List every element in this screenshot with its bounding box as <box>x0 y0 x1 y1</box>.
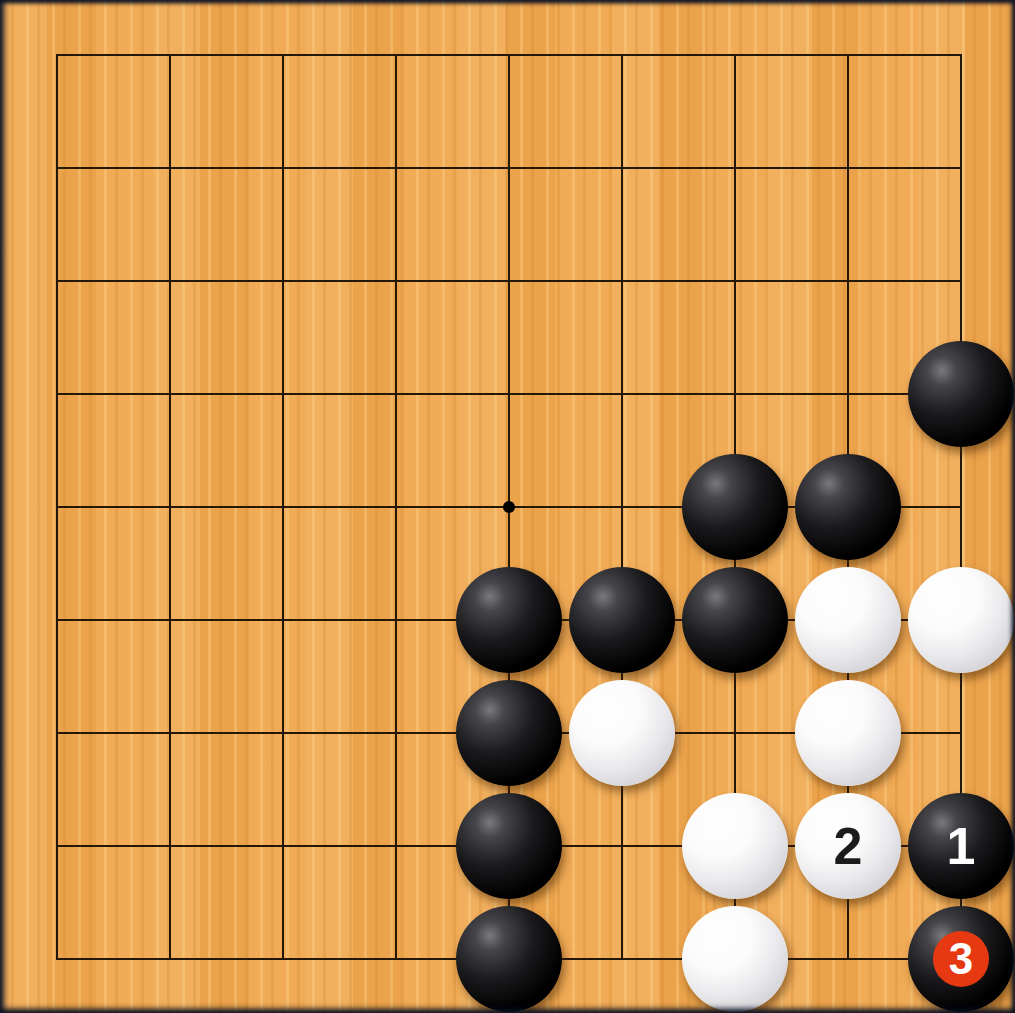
black-stone: 3 <box>908 906 1014 1012</box>
move-number-label: 1 <box>947 820 976 872</box>
white-stone <box>795 680 901 786</box>
black-stone <box>456 680 562 786</box>
white-stone <box>682 793 788 899</box>
black-stone <box>456 906 562 1012</box>
black-stone <box>682 454 788 560</box>
move-number-label: 3 <box>949 937 973 981</box>
white-stone <box>569 680 675 786</box>
move-number-label: 2 <box>834 820 863 872</box>
star-point <box>503 501 515 513</box>
black-stone <box>456 567 562 673</box>
black-stone <box>456 793 562 899</box>
black-stone <box>795 454 901 560</box>
go-board[interactable]: 213 <box>0 0 1015 1013</box>
white-stone <box>682 906 788 1012</box>
last-move-marker: 3 <box>933 931 989 987</box>
white-stone <box>795 567 901 673</box>
white-stone: 2 <box>795 793 901 899</box>
black-stone <box>569 567 675 673</box>
black-stone: 1 <box>908 793 1014 899</box>
black-stone <box>908 341 1014 447</box>
white-stone <box>908 567 1014 673</box>
black-stone <box>682 567 788 673</box>
